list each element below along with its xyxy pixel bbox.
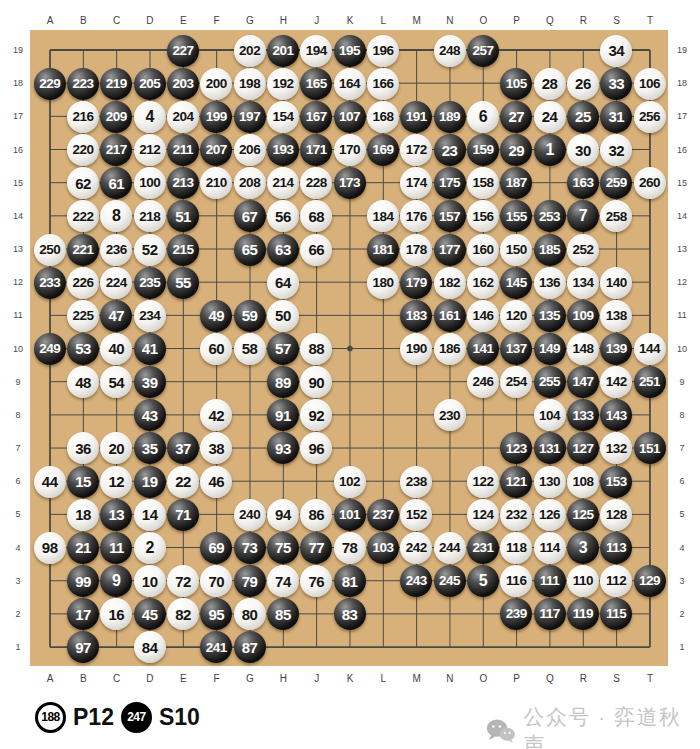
move-number: 82 (175, 607, 191, 622)
stone-black-Q7: 131 (534, 432, 566, 464)
coord-label-10: 10 (13, 344, 23, 354)
move-number: 22 (175, 474, 191, 489)
move-number: 251 (639, 375, 660, 389)
move-number: 226 (72, 276, 93, 290)
stone-white-C6: 12 (100, 466, 132, 498)
coord-label-R: R (580, 15, 587, 26)
move-number: 157 (439, 210, 460, 224)
stone-white-S5: 128 (600, 499, 632, 531)
move-number: 70 (208, 574, 224, 589)
coord-label-L: L (381, 673, 387, 684)
move-number: 87 (242, 640, 258, 655)
coord-label-19: 19 (13, 45, 23, 55)
stone-white-H11: 50 (267, 300, 299, 332)
stone-white-F18: 200 (200, 68, 232, 100)
stone-white-M13: 178 (400, 234, 432, 266)
coord-label-O: O (479, 15, 487, 26)
move-number: 96 (308, 441, 324, 456)
move-number: 49 (208, 308, 224, 323)
move-number: 126 (539, 508, 560, 522)
stone-black-Q2: 117 (534, 598, 566, 630)
move-number: 119 (573, 607, 593, 621)
move-number: 166 (372, 77, 393, 91)
coord-label-N: N (446, 673, 453, 684)
move-number: 182 (439, 276, 460, 290)
move-number: 147 (572, 375, 593, 389)
stone-black-D2: 45 (134, 598, 166, 630)
move-number: 178 (406, 243, 427, 257)
move-number: 31 (608, 109, 624, 124)
move-number: 132 (606, 442, 627, 456)
move-number: 19 (142, 474, 158, 489)
stone-black-A12: 233 (34, 267, 66, 299)
move-number: 41 (142, 341, 158, 356)
stone-white-H17: 154 (267, 101, 299, 133)
stone-black-T3: 129 (634, 565, 666, 597)
watermark: 公众号 · 弈道秋声 (486, 703, 700, 749)
stone-white-D13: 52 (134, 234, 166, 266)
stone-white-F6: 46 (200, 466, 232, 498)
stone-black-T9: 251 (634, 366, 666, 398)
stone-white-F10: 60 (200, 333, 232, 365)
stone-white-R16: 30 (567, 134, 599, 166)
stone-black-T7: 151 (634, 432, 666, 464)
move-number: 227 (172, 44, 193, 58)
stone-white-K18: 164 (334, 68, 366, 100)
stone-black-L5: 237 (367, 499, 399, 531)
coord-label-2: 2 (15, 609, 20, 619)
stone-white-J15: 228 (300, 167, 332, 199)
move-number: 88 (308, 341, 324, 356)
stone-black-R17: 25 (567, 101, 599, 133)
move-number: 63 (275, 242, 291, 257)
move-number: 42 (208, 408, 224, 423)
coord-label-L: L (381, 15, 387, 26)
stone-white-N10: 186 (434, 333, 466, 365)
move-number: 107 (339, 110, 360, 124)
stone-black-O10: 141 (467, 333, 499, 365)
stone-white-B15: 62 (67, 167, 99, 199)
stone-white-G15: 208 (234, 167, 266, 199)
move-number: 75 (275, 540, 291, 555)
move-number: 25 (575, 109, 591, 124)
stone-white-P4: 118 (500, 532, 532, 564)
stone-white-R18: 26 (567, 68, 599, 100)
stone-black-O3: 5 (467, 565, 499, 597)
move-number: 208 (239, 176, 260, 190)
move-number: 121 (506, 475, 527, 489)
move-number: 118 (506, 541, 526, 555)
move-number: 130 (539, 475, 560, 489)
move-number: 86 (308, 507, 324, 522)
move-number: 213 (172, 176, 193, 190)
stone-black-G1: 87 (234, 631, 266, 663)
move-number: 59 (242, 308, 258, 323)
move-number: 206 (239, 143, 260, 157)
stone-white-O12: 162 (467, 267, 499, 299)
move-number: 32 (608, 143, 624, 158)
stone-white-S12: 140 (600, 267, 632, 299)
stone-black-F4: 69 (200, 532, 232, 564)
move-number: 20 (108, 441, 124, 456)
stone-white-O13: 160 (467, 234, 499, 266)
move-number: 133 (572, 409, 593, 423)
move-number: 179 (406, 276, 427, 290)
stone-black-C3: 9 (100, 565, 132, 597)
move-number: 27 (508, 109, 524, 124)
move-number: 5 (479, 573, 487, 589)
move-number: 199 (206, 110, 227, 124)
white-move-point: P12 (73, 704, 114, 731)
stone-black-B18: 223 (67, 68, 99, 100)
stone-black-E12: 55 (167, 267, 199, 299)
move-number: 72 (175, 574, 191, 589)
wechat-icon (486, 718, 515, 744)
stone-black-C4: 11 (100, 532, 132, 564)
move-number: 257 (472, 44, 493, 58)
move-number: 62 (75, 176, 91, 191)
move-number: 101 (339, 508, 360, 522)
move-number: 36 (75, 441, 91, 456)
move-number: 244 (439, 541, 460, 555)
watermark-text: 公众号 · 弈道秋声 (523, 703, 700, 749)
stone-white-J3: 76 (300, 565, 332, 597)
stone-black-G14: 67 (234, 200, 266, 232)
move-number: 80 (242, 607, 258, 622)
stone-black-H10: 57 (267, 333, 299, 365)
coord-label-M: M (412, 673, 420, 684)
move-number: 243 (406, 574, 427, 588)
move-number: 83 (342, 607, 358, 622)
coord-label-K: K (347, 15, 354, 26)
stone-black-P14: 155 (500, 200, 532, 232)
move-number: 129 (639, 574, 660, 588)
stone-white-S9: 142 (600, 366, 632, 398)
stone-white-B7: 36 (67, 432, 99, 464)
stone-white-L12: 180 (367, 267, 399, 299)
move-number: 233 (39, 276, 60, 290)
move-number: 183 (406, 309, 427, 323)
stone-white-O11: 146 (467, 300, 499, 332)
coord-label-J: J (314, 15, 319, 26)
coord-label-C: C (113, 15, 120, 26)
coord-label-Q: Q (546, 673, 554, 684)
move-number: 169 (372, 143, 393, 157)
stone-black-P12: 145 (500, 267, 532, 299)
move-number: 122 (472, 475, 493, 489)
move-number: 23 (442, 143, 458, 158)
move-number: 2 (145, 540, 153, 556)
stone-white-M5: 152 (400, 499, 432, 531)
coord-label-M: M (412, 15, 420, 26)
move-number: 34 (608, 43, 624, 58)
move-number: 40 (108, 341, 124, 356)
stone-black-D12: 235 (134, 267, 166, 299)
stone-black-S8: 143 (600, 399, 632, 431)
coord-label-P: P (513, 15, 520, 26)
coord-label-O: O (479, 673, 487, 684)
move-number: 127 (572, 442, 593, 456)
move-number: 190 (406, 342, 427, 356)
coord-label-7: 7 (15, 443, 20, 453)
move-number: 180 (372, 276, 393, 290)
black-move-number: 247 (127, 710, 146, 724)
stone-white-N4: 244 (434, 532, 466, 564)
move-number: 204 (172, 110, 193, 124)
stone-black-P6: 121 (500, 466, 532, 498)
stone-white-S11: 138 (600, 300, 632, 332)
stone-white-G16: 206 (234, 134, 266, 166)
move-number: 215 (172, 243, 193, 257)
move-number: 210 (206, 176, 227, 190)
move-number: 135 (539, 309, 560, 323)
coord-label-3: 3 (15, 576, 20, 586)
move-number: 109 (572, 309, 593, 323)
stone-white-T17: 256 (634, 101, 666, 133)
move-number: 99 (75, 574, 91, 589)
stone-white-M10: 190 (400, 333, 432, 365)
move-number: 26 (575, 76, 591, 91)
stone-white-R13: 252 (567, 234, 599, 266)
stone-black-J17: 167 (300, 101, 332, 133)
coord-label-1: 1 (15, 642, 20, 652)
move-number: 29 (508, 143, 524, 158)
move-number: 197 (239, 110, 260, 124)
stone-black-P10: 137 (500, 333, 532, 365)
stone-black-D6: 19 (134, 466, 166, 498)
stone-white-F8: 42 (200, 399, 232, 431)
move-number: 217 (106, 143, 127, 157)
move-number: 55 (175, 275, 191, 290)
stone-white-Q8: 104 (534, 399, 566, 431)
move-number: 123 (506, 442, 527, 456)
coord-label-T: T (647, 15, 653, 26)
stone-black-B1: 97 (67, 631, 99, 663)
stone-black-B2: 17 (67, 598, 99, 630)
stone-white-O14: 156 (467, 200, 499, 232)
stone-black-L13: 181 (367, 234, 399, 266)
move-number: 232 (506, 508, 527, 522)
move-number: 175 (439, 176, 460, 190)
move-number: 45 (142, 607, 158, 622)
stone-black-E5: 71 (167, 499, 199, 531)
stone-black-G4: 73 (234, 532, 266, 564)
move-number: 258 (606, 210, 627, 224)
stone-black-K15: 173 (334, 167, 366, 199)
move-number: 112 (606, 574, 626, 588)
move-number: 77 (308, 540, 324, 555)
stone-white-J8: 92 (300, 399, 332, 431)
move-number: 56 (275, 209, 291, 224)
move-number: 6 (479, 109, 487, 125)
move-number: 219 (106, 77, 127, 91)
move-number: 117 (539, 607, 559, 621)
move-number: 168 (372, 110, 393, 124)
stone-black-F1: 241 (200, 631, 232, 663)
stone-white-K4: 78 (334, 532, 366, 564)
move-number: 116 (506, 574, 526, 588)
stone-black-C15: 61 (100, 167, 132, 199)
stone-black-S10: 139 (600, 333, 632, 365)
move-number: 193 (272, 143, 293, 157)
stone-white-B12: 226 (67, 267, 99, 299)
coord-label-1: 1 (679, 642, 684, 652)
coord-label-5: 5 (679, 509, 684, 519)
stone-white-M14: 176 (400, 200, 432, 232)
move-number: 47 (108, 308, 124, 323)
move-number: 39 (142, 375, 158, 390)
stone-black-A18: 229 (34, 68, 66, 100)
stone-white-H5: 94 (267, 499, 299, 531)
stone-black-R9: 147 (567, 366, 599, 398)
move-number: 89 (275, 375, 291, 390)
move-number: 218 (139, 210, 160, 224)
stone-black-H9: 89 (267, 366, 299, 398)
stone-white-G5: 240 (234, 499, 266, 531)
move-number: 104 (539, 409, 560, 423)
move-number: 229 (39, 77, 60, 91)
move-number: 207 (206, 143, 227, 157)
move-number: 102 (339, 475, 360, 489)
move-number: 161 (439, 309, 460, 323)
move-number: 235 (139, 276, 160, 290)
stone-black-K19: 195 (334, 35, 366, 67)
move-number: 124 (472, 508, 493, 522)
stone-white-E6: 22 (167, 466, 199, 498)
stone-black-C11: 47 (100, 300, 132, 332)
move-number: 131 (539, 442, 560, 456)
stone-black-M11: 183 (400, 300, 432, 332)
coord-label-14: 14 (677, 211, 687, 221)
move-number: 224 (106, 276, 127, 290)
stone-white-O17: 6 (467, 101, 499, 133)
coord-label-S: S (613, 15, 620, 26)
coord-label-J: J (314, 673, 319, 684)
stone-black-N13: 177 (434, 234, 466, 266)
move-number: 43 (142, 408, 158, 423)
move-number: 228 (306, 176, 327, 190)
coord-label-4: 4 (15, 543, 20, 553)
move-number: 236 (106, 243, 127, 257)
move-number: 66 (308, 242, 324, 257)
stone-black-B4: 21 (67, 532, 99, 564)
move-number: 216 (72, 110, 93, 124)
move-number: 192 (272, 77, 293, 91)
stone-black-N15: 175 (434, 167, 466, 199)
stone-black-B6: 15 (67, 466, 99, 498)
coord-label-8: 8 (679, 410, 684, 420)
stone-white-L19: 196 (367, 35, 399, 67)
move-number: 212 (139, 143, 160, 157)
stone-black-H16: 193 (267, 134, 299, 166)
stone-black-D9: 39 (134, 366, 166, 398)
stone-white-E17: 204 (167, 101, 199, 133)
stone-white-H18: 192 (267, 68, 299, 100)
move-number: 95 (208, 607, 224, 622)
stone-white-B17: 216 (67, 101, 99, 133)
coord-label-3: 3 (679, 576, 684, 586)
coord-label-D: D (146, 15, 153, 26)
stone-black-E14: 51 (167, 200, 199, 232)
move-number: 8 (112, 208, 120, 224)
stone-white-H15: 214 (267, 167, 299, 199)
stone-black-O19: 257 (467, 35, 499, 67)
stone-black-S4: 113 (600, 532, 632, 564)
coord-label-14: 14 (13, 211, 23, 221)
move-number: 30 (575, 143, 591, 158)
coord-label-F: F (214, 673, 220, 684)
stone-white-E2: 82 (167, 598, 199, 630)
stone-white-C14: 8 (100, 200, 132, 232)
coord-label-18: 18 (677, 78, 687, 88)
move-number: 223 (72, 77, 93, 91)
coord-label-R: R (580, 673, 587, 684)
move-number: 163 (572, 176, 593, 190)
move-number: 260 (639, 176, 660, 190)
stone-white-G10: 58 (234, 333, 266, 365)
coord-label-17: 17 (677, 111, 687, 121)
stones-layer: 2272022011941951962482573422922321920520… (33, 34, 666, 664)
coord-label-H: H (280, 15, 287, 26)
coord-label-F: F (214, 15, 220, 26)
move-number: 128 (606, 508, 627, 522)
coord-label-9: 9 (15, 377, 20, 387)
move-number: 85 (275, 607, 291, 622)
move-number: 58 (242, 341, 258, 356)
stone-black-J18: 165 (300, 68, 332, 100)
move-number: 67 (242, 209, 258, 224)
move-number: 225 (72, 309, 93, 323)
move-number: 79 (242, 574, 258, 589)
coord-label-12: 12 (677, 277, 687, 287)
stone-black-G3: 79 (234, 565, 266, 597)
move-number: 61 (108, 176, 124, 191)
go-board: 2272022011941951962482573422922321920520… (30, 30, 668, 666)
coord-label-11: 11 (13, 310, 22, 320)
move-number: 221 (72, 243, 93, 257)
move-number: 94 (275, 507, 291, 522)
coord-label-Q: Q (546, 15, 554, 26)
stone-white-H12: 64 (267, 267, 299, 299)
move-number: 201 (272, 44, 293, 58)
move-number: 97 (75, 640, 91, 655)
move-number: 105 (506, 77, 527, 91)
move-number: 142 (606, 375, 627, 389)
move-number: 187 (506, 176, 527, 190)
move-number: 139 (606, 342, 627, 356)
move-number: 53 (75, 341, 91, 356)
stone-black-P2: 239 (500, 598, 532, 630)
move-number: 154 (272, 110, 293, 124)
move-number: 191 (406, 110, 427, 124)
move-number: 189 (439, 110, 460, 124)
move-number: 186 (439, 342, 460, 356)
move-number: 3 (579, 540, 587, 556)
stone-black-G13: 65 (234, 234, 266, 266)
stone-white-J5: 86 (300, 499, 332, 531)
move-number: 254 (506, 375, 527, 389)
move-number: 211 (173, 143, 193, 157)
stone-white-R10: 148 (567, 333, 599, 365)
move-number: 84 (142, 640, 158, 655)
stone-black-E18: 203 (167, 68, 199, 100)
move-number: 74 (275, 574, 291, 589)
stone-white-C12: 224 (100, 267, 132, 299)
move-number: 100 (139, 176, 160, 190)
move-number: 231 (472, 541, 493, 555)
stone-black-R11: 109 (567, 300, 599, 332)
stone-black-E15: 213 (167, 167, 199, 199)
